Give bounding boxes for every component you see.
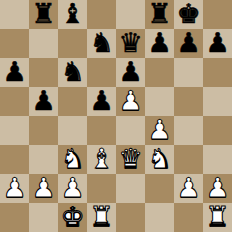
square-f4[interactable]: ♟ <box>145 116 174 145</box>
square-e2[interactable] <box>116 174 145 203</box>
square-d5[interactable]: ♟ <box>87 87 116 116</box>
square-e4[interactable] <box>116 116 145 145</box>
piece-white-knight[interactable]: ♞ <box>60 145 84 173</box>
piece-black-pawn[interactable]: ♟ <box>176 29 200 57</box>
square-b5[interactable]: ♟ <box>29 87 58 116</box>
square-f6[interactable] <box>145 58 174 87</box>
square-b6[interactable] <box>29 58 58 87</box>
piece-white-pawn[interactable]: ♟ <box>60 174 84 202</box>
square-d4[interactable] <box>87 116 116 145</box>
square-c5[interactable] <box>58 87 87 116</box>
square-f7[interactable]: ♟ <box>145 29 174 58</box>
square-f1[interactable] <box>145 203 174 232</box>
square-e5[interactable]: ♟ <box>116 87 145 116</box>
square-d2[interactable] <box>87 174 116 203</box>
square-c4[interactable] <box>58 116 87 145</box>
piece-black-pawn[interactable]: ♟ <box>89 87 113 115</box>
piece-white-pawn[interactable]: ♟ <box>205 174 229 202</box>
square-e7[interactable]: ♛ <box>116 29 145 58</box>
square-d7[interactable]: ♞ <box>87 29 116 58</box>
square-f2[interactable] <box>145 174 174 203</box>
square-d8[interactable] <box>87 0 116 29</box>
square-g2[interactable]: ♟ <box>174 174 203 203</box>
square-d1[interactable]: ♜ <box>87 203 116 232</box>
piece-white-rook[interactable]: ♜ <box>89 203 113 231</box>
piece-white-pawn[interactable]: ♟ <box>176 174 200 202</box>
square-a2[interactable]: ♟ <box>0 174 29 203</box>
square-c2[interactable]: ♟ <box>58 174 87 203</box>
square-c6[interactable]: ♞ <box>58 58 87 87</box>
piece-black-pawn[interactable]: ♟ <box>118 58 142 86</box>
piece-black-knight[interactable]: ♞ <box>89 29 113 57</box>
piece-black-pawn[interactable]: ♟ <box>147 29 171 57</box>
square-f5[interactable] <box>145 87 174 116</box>
square-a8[interactable] <box>0 0 29 29</box>
square-b3[interactable] <box>29 145 58 174</box>
piece-black-rook[interactable]: ♜ <box>147 0 171 28</box>
chess-board: ♜♝♜♚♞♛♟♟♟♟♞♟♟♟♟♟♞♝♛♞♟♟♟♟♟♚♜♜ <box>0 0 232 232</box>
square-c8[interactable]: ♝ <box>58 0 87 29</box>
piece-black-pawn[interactable]: ♟ <box>2 58 26 86</box>
piece-black-queen[interactable]: ♛ <box>118 29 142 57</box>
square-g4[interactable] <box>174 116 203 145</box>
square-b8[interactable]: ♜ <box>29 0 58 29</box>
piece-black-pawn[interactable]: ♟ <box>205 29 229 57</box>
piece-black-king[interactable]: ♚ <box>176 0 200 28</box>
piece-white-pawn[interactable]: ♟ <box>31 174 55 202</box>
square-a6[interactable]: ♟ <box>0 58 29 87</box>
square-h1[interactable]: ♜ <box>203 203 232 232</box>
square-a3[interactable] <box>0 145 29 174</box>
piece-black-pawn[interactable]: ♟ <box>31 87 55 115</box>
piece-white-pawn[interactable]: ♟ <box>118 87 142 115</box>
square-b2[interactable]: ♟ <box>29 174 58 203</box>
square-h2[interactable]: ♟ <box>203 174 232 203</box>
square-h8[interactable] <box>203 0 232 29</box>
square-c7[interactable] <box>58 29 87 58</box>
square-d3[interactable]: ♝ <box>87 145 116 174</box>
square-g6[interactable] <box>174 58 203 87</box>
square-a4[interactable] <box>0 116 29 145</box>
square-b1[interactable] <box>29 203 58 232</box>
piece-white-bishop[interactable]: ♝ <box>89 145 113 173</box>
square-d6[interactable] <box>87 58 116 87</box>
piece-white-pawn[interactable]: ♟ <box>2 174 26 202</box>
square-g7[interactable]: ♟ <box>174 29 203 58</box>
square-c1[interactable]: ♚ <box>58 203 87 232</box>
square-g5[interactable] <box>174 87 203 116</box>
piece-black-rook[interactable]: ♜ <box>31 0 55 28</box>
square-h5[interactable] <box>203 87 232 116</box>
piece-white-queen[interactable]: ♛ <box>118 145 142 173</box>
piece-black-knight[interactable]: ♞ <box>60 58 84 86</box>
square-e8[interactable] <box>116 0 145 29</box>
square-c3[interactable]: ♞ <box>58 145 87 174</box>
square-b7[interactable] <box>29 29 58 58</box>
square-a7[interactable] <box>0 29 29 58</box>
piece-white-rook[interactable]: ♜ <box>205 203 229 231</box>
square-e3[interactable]: ♛ <box>116 145 145 174</box>
piece-white-knight[interactable]: ♞ <box>147 145 171 173</box>
square-h6[interactable] <box>203 58 232 87</box>
square-g8[interactable]: ♚ <box>174 0 203 29</box>
square-f8[interactable]: ♜ <box>145 0 174 29</box>
square-f3[interactable]: ♞ <box>145 145 174 174</box>
square-h3[interactable] <box>203 145 232 174</box>
square-g3[interactable] <box>174 145 203 174</box>
square-a5[interactable] <box>0 87 29 116</box>
square-e1[interactable] <box>116 203 145 232</box>
square-h7[interactable]: ♟ <box>203 29 232 58</box>
square-e6[interactable]: ♟ <box>116 58 145 87</box>
square-a1[interactable] <box>0 203 29 232</box>
square-b4[interactable] <box>29 116 58 145</box>
square-h4[interactable] <box>203 116 232 145</box>
square-g1[interactable] <box>174 203 203 232</box>
piece-black-bishop[interactable]: ♝ <box>60 0 84 28</box>
piece-white-pawn[interactable]: ♟ <box>147 116 171 144</box>
piece-white-king[interactable]: ♚ <box>60 203 84 231</box>
